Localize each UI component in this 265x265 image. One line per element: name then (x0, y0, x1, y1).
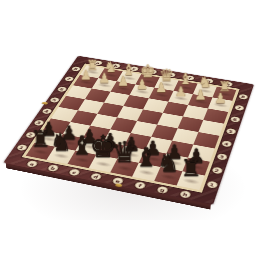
rank-label: 5 (225, 128, 236, 135)
rank-label: 4 (221, 140, 232, 147)
rank-label: 6 (230, 116, 241, 123)
rank-label: 4 (41, 108, 53, 114)
piece-glyph: ♜ (174, 154, 207, 182)
rank-label: 3 (216, 153, 227, 160)
rank-label: 8 (238, 94, 248, 100)
rank-label: 5 (49, 97, 60, 103)
rank-label: 7 (234, 105, 244, 111)
rank-label: 1 (206, 181, 218, 189)
rank-label: 6 (56, 86, 67, 92)
rank-label: 2 (211, 166, 223, 174)
piece-glyph: ♟ (205, 90, 234, 106)
chess-set-photo: aa11bb22cc33dd44ee55ff66gg77hh88 ♜♞♝♚♛♝♞… (0, 0, 265, 265)
